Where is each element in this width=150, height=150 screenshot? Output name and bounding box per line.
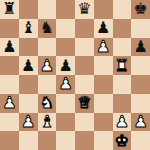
square-d7[interactable] bbox=[56, 19, 75, 38]
square-g5[interactable]: ♜ bbox=[113, 56, 132, 75]
square-g2[interactable]: ♟ bbox=[113, 113, 132, 132]
square-e6[interactable] bbox=[75, 38, 94, 57]
square-e8[interactable]: ♛ bbox=[75, 0, 94, 19]
black-rook-a8: ♜ bbox=[2, 1, 16, 17]
black-knight-c7: ♞ bbox=[40, 20, 54, 36]
square-c2[interactable]: ♝ bbox=[38, 113, 57, 132]
square-e1[interactable] bbox=[75, 131, 94, 150]
square-e7[interactable] bbox=[75, 19, 94, 38]
square-a3[interactable]: ♟ bbox=[0, 94, 19, 113]
black-pawn-h6: ♟ bbox=[133, 38, 147, 54]
square-b1[interactable] bbox=[19, 131, 38, 150]
white-knight-c3: ♞ bbox=[40, 95, 54, 111]
square-b7[interactable]: ♝ bbox=[19, 19, 38, 38]
square-g1[interactable]: ♚ bbox=[113, 131, 132, 150]
square-a2[interactable] bbox=[0, 113, 19, 132]
square-h3[interactable] bbox=[131, 94, 150, 113]
square-a8[interactable]: ♜ bbox=[0, 0, 19, 19]
white-pawn-c5: ♟ bbox=[40, 57, 54, 73]
white-pawn-a3: ♟ bbox=[2, 95, 16, 111]
square-b5[interactable]: ♟ bbox=[19, 56, 38, 75]
black-pawn-a6: ♟ bbox=[2, 38, 16, 54]
square-d1[interactable] bbox=[56, 131, 75, 150]
square-f3[interactable] bbox=[94, 94, 113, 113]
white-bishop-c2: ♝ bbox=[40, 113, 54, 129]
square-f5[interactable] bbox=[94, 56, 113, 75]
square-e4[interactable] bbox=[75, 75, 94, 94]
square-h8[interactable]: ♚ bbox=[131, 0, 150, 19]
black-bishop-b7: ♝ bbox=[21, 20, 35, 36]
white-pawn-g2: ♟ bbox=[115, 113, 129, 129]
square-h2[interactable]: ♟ bbox=[131, 113, 150, 132]
square-g6[interactable] bbox=[113, 38, 132, 57]
square-c5[interactable]: ♟ bbox=[38, 56, 57, 75]
black-pawn-f7: ♟ bbox=[96, 20, 110, 36]
white-pawn-d4: ♟ bbox=[58, 76, 72, 92]
square-f4[interactable] bbox=[94, 75, 113, 94]
square-f8[interactable] bbox=[94, 0, 113, 19]
square-d4[interactable]: ♟ bbox=[56, 75, 75, 94]
square-h4[interactable] bbox=[131, 75, 150, 94]
white-pawn-b2: ♟ bbox=[21, 113, 35, 129]
square-c6[interactable] bbox=[38, 38, 57, 57]
black-king-h8: ♚ bbox=[133, 1, 147, 17]
square-d2[interactable] bbox=[56, 113, 75, 132]
square-a4[interactable] bbox=[0, 75, 19, 94]
white-rook-g5: ♜ bbox=[115, 57, 129, 73]
square-h5[interactable] bbox=[131, 56, 150, 75]
square-g8[interactable] bbox=[113, 0, 132, 19]
square-a5[interactable] bbox=[0, 56, 19, 75]
square-d6[interactable] bbox=[56, 38, 75, 57]
square-b4[interactable] bbox=[19, 75, 38, 94]
square-c8[interactable] bbox=[38, 0, 57, 19]
square-c1[interactable] bbox=[38, 131, 57, 150]
square-d3[interactable] bbox=[56, 94, 75, 113]
square-f7[interactable]: ♟ bbox=[94, 19, 113, 38]
square-a1[interactable] bbox=[0, 131, 19, 150]
black-queen-e8: ♛ bbox=[77, 1, 91, 17]
square-c3[interactable]: ♞ bbox=[38, 94, 57, 113]
square-b2[interactable]: ♟ bbox=[19, 113, 38, 132]
square-e5[interactable] bbox=[75, 56, 94, 75]
square-h7[interactable] bbox=[131, 19, 150, 38]
square-g7[interactable] bbox=[113, 19, 132, 38]
square-g3[interactable] bbox=[113, 94, 132, 113]
white-pawn-f6: ♟ bbox=[96, 38, 110, 54]
square-c7[interactable]: ♞ bbox=[38, 19, 57, 38]
white-queen-e3: ♛ bbox=[77, 95, 91, 111]
square-f1[interactable] bbox=[94, 131, 113, 150]
chess-board: ♜♛♚♝♞♟♟♟♟♟♟♟♜♟♟♞♛♟♝♟♟♚ bbox=[0, 0, 150, 150]
square-b6[interactable] bbox=[19, 38, 38, 57]
square-c4[interactable] bbox=[38, 75, 57, 94]
square-g4[interactable] bbox=[113, 75, 132, 94]
white-king-g1: ♚ bbox=[115, 132, 129, 148]
square-a7[interactable] bbox=[0, 19, 19, 38]
square-f6[interactable]: ♟ bbox=[94, 38, 113, 57]
square-b8[interactable] bbox=[19, 0, 38, 19]
white-pawn-h2: ♟ bbox=[133, 113, 147, 129]
black-pawn-b5: ♟ bbox=[21, 57, 35, 73]
square-d5[interactable]: ♟ bbox=[56, 56, 75, 75]
square-e2[interactable] bbox=[75, 113, 94, 132]
square-h1[interactable] bbox=[131, 131, 150, 150]
square-f2[interactable] bbox=[94, 113, 113, 132]
square-d8[interactable] bbox=[56, 0, 75, 19]
black-pawn-d5: ♟ bbox=[58, 57, 72, 73]
square-b3[interactable] bbox=[19, 94, 38, 113]
square-a6[interactable]: ♟ bbox=[0, 38, 19, 57]
square-h6[interactable]: ♟ bbox=[131, 38, 150, 57]
square-e3[interactable]: ♛ bbox=[75, 94, 94, 113]
